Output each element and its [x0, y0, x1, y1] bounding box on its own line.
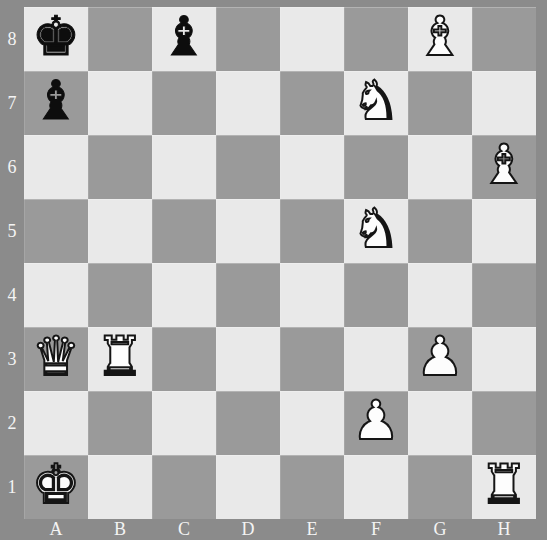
square-g4[interactable] [408, 263, 472, 327]
square-f3[interactable] [344, 327, 408, 391]
square-b5[interactable] [88, 199, 152, 263]
rank-label-6: 6 [0, 135, 24, 199]
rank-label-4: 4 [0, 263, 24, 327]
square-b2[interactable] [88, 391, 152, 455]
piece-white-pawn[interactable]: ♟ [416, 325, 464, 389]
square-d8[interactable] [216, 7, 280, 71]
square-a7[interactable]: ♝ [24, 71, 88, 135]
square-e6[interactable] [280, 135, 344, 199]
piece-black-bishop[interactable]: ♝ [32, 69, 80, 133]
piece-white-knight[interactable]: ♞ [352, 197, 400, 261]
rank-label-3: 3 [0, 327, 24, 391]
square-c4[interactable] [152, 263, 216, 327]
square-c8[interactable]: ♝ [152, 7, 216, 71]
square-f8[interactable] [344, 7, 408, 71]
rank-label-8: 8 [0, 7, 24, 71]
file-label-f: F [344, 519, 408, 540]
square-h5[interactable] [472, 199, 536, 263]
square-c6[interactable] [152, 135, 216, 199]
file-label-b: B [88, 519, 152, 540]
file-label-a: A [24, 519, 88, 540]
square-h2[interactable] [472, 391, 536, 455]
rank-label-2: 2 [0, 391, 24, 455]
square-d4[interactable] [216, 263, 280, 327]
square-d6[interactable] [216, 135, 280, 199]
square-f7[interactable]: ♞ [344, 71, 408, 135]
piece-white-rook[interactable]: ♜ [480, 453, 528, 517]
square-a6[interactable] [24, 135, 88, 199]
square-c2[interactable] [152, 391, 216, 455]
piece-white-knight[interactable]: ♞ [352, 69, 400, 133]
square-h1[interactable]: ♜ [472, 455, 536, 519]
square-g7[interactable] [408, 71, 472, 135]
square-d2[interactable] [216, 391, 280, 455]
square-g8[interactable]: ♝ [408, 7, 472, 71]
square-e3[interactable] [280, 327, 344, 391]
square-d7[interactable] [216, 71, 280, 135]
square-b6[interactable] [88, 135, 152, 199]
square-e7[interactable] [280, 71, 344, 135]
square-c1[interactable] [152, 455, 216, 519]
file-label-e: E [280, 519, 344, 540]
square-d5[interactable] [216, 199, 280, 263]
square-a5[interactable] [24, 199, 88, 263]
rank-label-5: 5 [0, 199, 24, 263]
square-f5[interactable]: ♞ [344, 199, 408, 263]
square-e4[interactable] [280, 263, 344, 327]
file-label-g: G [408, 519, 472, 540]
square-e5[interactable] [280, 199, 344, 263]
square-f4[interactable] [344, 263, 408, 327]
chess-board: ♚♝♝♝♞♝♞♛♜♟♟♚♜ [24, 7, 536, 519]
file-label-c: C [152, 519, 216, 540]
square-a8[interactable]: ♚ [24, 7, 88, 71]
piece-white-rook[interactable]: ♜ [96, 325, 144, 389]
square-a1[interactable]: ♚ [24, 455, 88, 519]
square-b7[interactable] [88, 71, 152, 135]
square-d3[interactable] [216, 327, 280, 391]
square-e1[interactable] [280, 455, 344, 519]
piece-black-king[interactable]: ♚ [32, 5, 80, 69]
square-b8[interactable] [88, 7, 152, 71]
square-d1[interactable] [216, 455, 280, 519]
piece-white-king[interactable]: ♚ [32, 453, 80, 517]
square-e2[interactable] [280, 391, 344, 455]
square-b4[interactable] [88, 263, 152, 327]
square-a2[interactable] [24, 391, 88, 455]
piece-white-queen[interactable]: ♛ [32, 325, 80, 389]
square-b1[interactable] [88, 455, 152, 519]
square-g6[interactable] [408, 135, 472, 199]
square-a3[interactable]: ♛ [24, 327, 88, 391]
square-h4[interactable] [472, 263, 536, 327]
piece-white-bishop[interactable]: ♝ [480, 133, 528, 197]
rank-label-1: 1 [0, 455, 24, 519]
piece-white-pawn[interactable]: ♟ [352, 389, 400, 453]
file-label-d: D [216, 519, 280, 540]
square-f2[interactable]: ♟ [344, 391, 408, 455]
square-h8[interactable] [472, 7, 536, 71]
square-h6[interactable]: ♝ [472, 135, 536, 199]
square-g2[interactable] [408, 391, 472, 455]
square-c5[interactable] [152, 199, 216, 263]
square-a4[interactable] [24, 263, 88, 327]
square-h3[interactable] [472, 327, 536, 391]
square-g1[interactable] [408, 455, 472, 519]
square-b3[interactable]: ♜ [88, 327, 152, 391]
chess-diagram: ♚♝♝♝♞♝♞♛♜♟♟♚♜ 87654321 ABCDEFGH [0, 0, 547, 540]
rank-label-7: 7 [0, 71, 24, 135]
square-h7[interactable] [472, 71, 536, 135]
square-g3[interactable]: ♟ [408, 327, 472, 391]
piece-white-bishop[interactable]: ♝ [416, 5, 464, 69]
square-c3[interactable] [152, 327, 216, 391]
square-f6[interactable] [344, 135, 408, 199]
file-label-h: H [472, 519, 536, 540]
piece-black-bishop[interactable]: ♝ [160, 5, 208, 69]
square-c7[interactable] [152, 71, 216, 135]
square-e8[interactable] [280, 7, 344, 71]
square-f1[interactable] [344, 455, 408, 519]
square-g5[interactable] [408, 199, 472, 263]
